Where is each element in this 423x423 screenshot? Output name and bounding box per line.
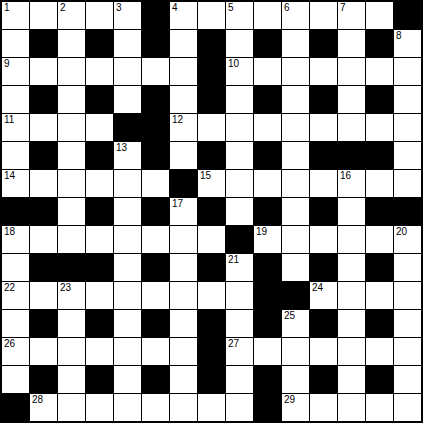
clue-number: 21 xyxy=(228,254,239,265)
cell-r3c1[interactable]: 9 xyxy=(2,58,29,85)
cell-r1c10[interactable] xyxy=(254,2,281,29)
cell-r10c4 xyxy=(86,254,113,281)
cell-r12c4 xyxy=(86,310,113,337)
cell-r5c7[interactable]: 12 xyxy=(170,114,197,141)
cell-r9c14[interactable] xyxy=(366,226,393,253)
cell-r13c13[interactable] xyxy=(338,338,365,365)
cell-r1c13[interactable]: 7 xyxy=(338,2,365,29)
clue-number: 13 xyxy=(116,142,127,153)
cell-r7c8[interactable]: 15 xyxy=(198,170,225,197)
cell-r14c9[interactable] xyxy=(226,366,253,393)
cell-r1c2[interactable] xyxy=(30,2,57,29)
clue-number: 17 xyxy=(172,198,183,209)
cell-r7c11[interactable] xyxy=(282,170,309,197)
clue-number: 10 xyxy=(228,58,239,69)
cell-r8c11[interactable] xyxy=(282,198,309,225)
cell-r10c3 xyxy=(58,254,85,281)
cell-r15c14[interactable] xyxy=(366,394,393,421)
cell-r1c4[interactable] xyxy=(86,2,113,29)
cell-r1c7[interactable]: 4 xyxy=(170,2,197,29)
clue-number: 14 xyxy=(4,170,15,181)
cell-r1c14[interactable] xyxy=(366,2,393,29)
clue-number: 24 xyxy=(312,282,323,293)
cell-r12c12 xyxy=(310,310,337,337)
cell-r8c12 xyxy=(310,198,337,225)
cell-r8c14 xyxy=(366,198,393,225)
cell-r2c11[interactable] xyxy=(282,30,309,57)
cell-r11c14[interactable] xyxy=(366,282,393,309)
cell-r3c11[interactable] xyxy=(282,58,309,85)
cell-r7c14[interactable] xyxy=(366,170,393,197)
cell-r12c1[interactable] xyxy=(2,310,29,337)
clue-number: 26 xyxy=(4,338,15,349)
clue-number: 27 xyxy=(228,338,239,349)
cell-r4c4 xyxy=(86,86,113,113)
cell-r8c5[interactable] xyxy=(114,198,141,225)
cell-r9c15[interactable]: 20 xyxy=(394,226,421,253)
cell-r7c2[interactable] xyxy=(30,170,57,197)
cell-r10c7[interactable] xyxy=(170,254,197,281)
clue-number: 25 xyxy=(284,310,295,321)
cell-r3c5[interactable] xyxy=(114,58,141,85)
cell-r9c12[interactable] xyxy=(310,226,337,253)
cell-r12c3[interactable] xyxy=(58,310,85,337)
cell-r2c10 xyxy=(254,30,281,57)
cell-r9c8[interactable] xyxy=(198,226,225,253)
cell-r5c10[interactable] xyxy=(254,114,281,141)
cell-r6c4 xyxy=(86,142,113,169)
cell-r3c9[interactable]: 10 xyxy=(226,58,253,85)
cell-r1c1[interactable]: 1 xyxy=(2,2,29,29)
cell-r15c11[interactable]: 29 xyxy=(282,394,309,421)
cell-r9c9 xyxy=(226,226,253,253)
cell-r15c4[interactable] xyxy=(86,394,113,421)
cell-r13c8 xyxy=(198,338,225,365)
cell-r3c2[interactable] xyxy=(30,58,57,85)
cell-r13c1[interactable]: 26 xyxy=(2,338,29,365)
cell-r13c6[interactable] xyxy=(142,338,169,365)
cell-r14c13[interactable] xyxy=(338,366,365,393)
cell-r8c3[interactable] xyxy=(58,198,85,225)
cell-r5c15[interactable] xyxy=(394,114,421,141)
cell-r11c12[interactable]: 24 xyxy=(310,282,337,309)
clue-number: 11 xyxy=(4,114,14,125)
cell-r14c15[interactable] xyxy=(394,366,421,393)
cell-r12c7[interactable] xyxy=(170,310,197,337)
clue-number: 5 xyxy=(228,2,234,13)
cell-r2c1[interactable] xyxy=(2,30,29,57)
cell-r4c11[interactable] xyxy=(282,86,309,113)
cell-r13c5[interactable] xyxy=(114,338,141,365)
cell-r7c5[interactable] xyxy=(114,170,141,197)
cell-r15c3[interactable] xyxy=(58,394,85,421)
cell-r2c12 xyxy=(310,30,337,57)
cell-r12c5[interactable] xyxy=(114,310,141,337)
cell-r7c15[interactable] xyxy=(394,170,421,197)
cell-r6c15[interactable] xyxy=(394,142,421,169)
cell-r8c10 xyxy=(254,198,281,225)
cell-r15c12[interactable] xyxy=(310,394,337,421)
clue-number: 6 xyxy=(284,2,290,13)
cell-r1c9[interactable]: 5 xyxy=(226,2,253,29)
cell-r7c13[interactable]: 16 xyxy=(338,170,365,197)
cell-r3c3[interactable] xyxy=(58,58,85,85)
cell-r2c3[interactable] xyxy=(58,30,85,57)
cell-r4c14 xyxy=(366,86,393,113)
cell-r10c6 xyxy=(142,254,169,281)
cell-r4c7[interactable] xyxy=(170,86,197,113)
clue-number: 18 xyxy=(4,226,15,237)
cell-r1c5[interactable]: 3 xyxy=(114,2,141,29)
cell-r4c9[interactable] xyxy=(226,86,253,113)
cell-r9c13[interactable] xyxy=(338,226,365,253)
cell-r14c5[interactable] xyxy=(114,366,141,393)
cell-r9c5[interactable] xyxy=(114,226,141,253)
cell-r3c10[interactable] xyxy=(254,58,281,85)
cell-r11c11 xyxy=(282,282,309,309)
cell-r5c6 xyxy=(142,114,169,141)
cell-r2c8 xyxy=(198,30,225,57)
cell-r5c1[interactable]: 11 xyxy=(2,114,29,141)
cell-r5c11[interactable] xyxy=(282,114,309,141)
cell-r3c8 xyxy=(198,58,225,85)
clue-number: 12 xyxy=(172,114,183,125)
cell-r15c7[interactable] xyxy=(170,394,197,421)
cell-r2c7[interactable] xyxy=(170,30,197,57)
cell-r5c12[interactable] xyxy=(310,114,337,141)
clue-number: 9 xyxy=(4,58,10,69)
clue-number: 7 xyxy=(340,2,346,13)
cell-r11c15[interactable] xyxy=(394,282,421,309)
cell-r2c6 xyxy=(142,30,169,57)
clue-number: 19 xyxy=(256,226,267,237)
cell-r14c1[interactable] xyxy=(2,366,29,393)
cell-r10c8 xyxy=(198,254,225,281)
cell-r6c6 xyxy=(142,142,169,169)
cell-r10c11[interactable] xyxy=(282,254,309,281)
cell-r3c15[interactable] xyxy=(394,58,421,85)
cell-r4c5[interactable] xyxy=(114,86,141,113)
cell-r5c3[interactable] xyxy=(58,114,85,141)
cell-r2c14 xyxy=(366,30,393,57)
cell-r7c6[interactable] xyxy=(142,170,169,197)
cell-r8c1 xyxy=(2,198,29,225)
cell-r14c14 xyxy=(366,366,393,393)
cell-r9c6[interactable] xyxy=(142,226,169,253)
cell-r13c10[interactable] xyxy=(254,338,281,365)
cell-r15c15[interactable] xyxy=(394,394,421,421)
cell-r6c1[interactable] xyxy=(2,142,29,169)
cell-r9c4[interactable] xyxy=(86,226,113,253)
cell-r9c1[interactable]: 18 xyxy=(2,226,29,253)
cell-r15c13[interactable] xyxy=(338,394,365,421)
cell-r14c2 xyxy=(30,366,57,393)
cell-r14c10 xyxy=(254,366,281,393)
cell-r5c9[interactable] xyxy=(226,114,253,141)
cell-r7c12[interactable] xyxy=(310,170,337,197)
cell-r4c13[interactable] xyxy=(338,86,365,113)
cell-r10c2 xyxy=(30,254,57,281)
cell-r14c8 xyxy=(198,366,225,393)
cell-r7c7 xyxy=(170,170,197,197)
cell-r11c4[interactable] xyxy=(86,282,113,309)
cell-r4c15[interactable] xyxy=(394,86,421,113)
cell-r10c14 xyxy=(366,254,393,281)
cell-r8c4 xyxy=(86,198,113,225)
cell-r13c14[interactable] xyxy=(366,338,393,365)
cell-r5c8[interactable] xyxy=(198,114,225,141)
cell-r11c1[interactable]: 22 xyxy=(2,282,29,309)
cell-r13c12[interactable] xyxy=(310,338,337,365)
cell-r12c14 xyxy=(366,310,393,337)
cell-r4c8 xyxy=(198,86,225,113)
cell-r4c6 xyxy=(142,86,169,113)
cell-r13c15[interactable] xyxy=(394,338,421,365)
cell-r15c5[interactable] xyxy=(114,394,141,421)
cell-r13c2[interactable] xyxy=(30,338,57,365)
cell-r6c3[interactable] xyxy=(58,142,85,169)
cell-r2c13[interactable] xyxy=(338,30,365,57)
cell-r7c1[interactable]: 14 xyxy=(2,170,29,197)
cell-r7c3[interactable] xyxy=(58,170,85,197)
clue-number: 23 xyxy=(60,282,71,293)
cell-r12c13[interactable] xyxy=(338,310,365,337)
cell-r11c13[interactable] xyxy=(338,282,365,309)
cell-r7c10[interactable] xyxy=(254,170,281,197)
cell-r14c3[interactable] xyxy=(58,366,85,393)
cell-r2c4 xyxy=(86,30,113,57)
cell-r10c12 xyxy=(310,254,337,281)
cell-r1c6 xyxy=(142,2,169,29)
cell-r14c12 xyxy=(310,366,337,393)
cell-r10c9[interactable]: 21 xyxy=(226,254,253,281)
cell-r12c11[interactable]: 25 xyxy=(282,310,309,337)
cell-r11c9[interactable] xyxy=(226,282,253,309)
cell-r11c2[interactable] xyxy=(30,282,57,309)
cell-r6c9[interactable] xyxy=(226,142,253,169)
cell-r7c4[interactable] xyxy=(86,170,113,197)
cell-r3c4[interactable] xyxy=(86,58,113,85)
cell-r6c11[interactable] xyxy=(282,142,309,169)
cell-r9c3[interactable] xyxy=(58,226,85,253)
cell-r6c12 xyxy=(310,142,337,169)
clue-number: 16 xyxy=(340,170,351,181)
cell-r9c7[interactable] xyxy=(170,226,197,253)
cell-r5c2[interactable] xyxy=(30,114,57,141)
cell-r13c11[interactable] xyxy=(282,338,309,365)
cell-r2c2 xyxy=(30,30,57,57)
cell-r8c6 xyxy=(142,198,169,225)
cell-r15c9[interactable] xyxy=(226,394,253,421)
cell-r15c8[interactable] xyxy=(198,394,225,421)
cell-r6c14 xyxy=(366,142,393,169)
cell-r9c2[interactable] xyxy=(30,226,57,253)
cell-r13c7[interactable] xyxy=(170,338,197,365)
cell-r6c2 xyxy=(30,142,57,169)
cell-r10c13[interactable] xyxy=(338,254,365,281)
cell-r3c14[interactable] xyxy=(366,58,393,85)
clue-number: 3 xyxy=(116,2,122,13)
cell-r4c3[interactable] xyxy=(58,86,85,113)
cell-r8c7[interactable]: 17 xyxy=(170,198,197,225)
cell-r12c2 xyxy=(30,310,57,337)
cell-r5c5 xyxy=(114,114,141,141)
cell-r8c8 xyxy=(198,198,225,225)
cell-r11c7[interactable] xyxy=(170,282,197,309)
cell-r1c8[interactable] xyxy=(198,2,225,29)
crossword-grid: 1234567891011121314151617181920212223242… xyxy=(0,0,423,423)
cell-r12c8 xyxy=(198,310,225,337)
cell-r14c4 xyxy=(86,366,113,393)
cell-r8c2 xyxy=(30,198,57,225)
cell-r10c15[interactable] xyxy=(394,254,421,281)
cell-r15c10 xyxy=(254,394,281,421)
cell-r4c2 xyxy=(30,86,57,113)
cell-r5c14[interactable] xyxy=(366,114,393,141)
cell-r13c9[interactable]: 27 xyxy=(226,338,253,365)
cell-r8c15 xyxy=(394,198,421,225)
cell-r12c6 xyxy=(142,310,169,337)
cell-r13c4[interactable] xyxy=(86,338,113,365)
cell-r1c15 xyxy=(394,2,421,29)
clue-number: 1 xyxy=(4,2,10,13)
clue-number: 22 xyxy=(4,282,15,293)
cell-r14c7[interactable] xyxy=(170,366,197,393)
clue-number: 20 xyxy=(396,226,407,237)
cell-r3c13[interactable] xyxy=(338,58,365,85)
cell-r15c6[interactable] xyxy=(142,394,169,421)
cell-r11c5[interactable] xyxy=(114,282,141,309)
cell-r10c1[interactable] xyxy=(2,254,29,281)
cell-r1c11[interactable]: 6 xyxy=(282,2,309,29)
cell-r12c9[interactable] xyxy=(226,310,253,337)
cell-r3c6[interactable] xyxy=(142,58,169,85)
cell-r4c12 xyxy=(310,86,337,113)
cell-r9c10[interactable]: 19 xyxy=(254,226,281,253)
cell-r15c2[interactable]: 28 xyxy=(30,394,57,421)
cell-r5c13[interactable] xyxy=(338,114,365,141)
cell-r1c3[interactable]: 2 xyxy=(58,2,85,29)
cell-r3c7[interactable] xyxy=(170,58,197,85)
cell-r12c15[interactable] xyxy=(394,310,421,337)
cell-r10c5[interactable] xyxy=(114,254,141,281)
cell-r10c10 xyxy=(254,254,281,281)
cell-r3c12[interactable] xyxy=(310,58,337,85)
cell-r15c1 xyxy=(2,394,29,421)
cell-r9c11[interactable] xyxy=(282,226,309,253)
clue-number: 4 xyxy=(172,2,178,13)
cell-r1c12[interactable] xyxy=(310,2,337,29)
cell-r6c8 xyxy=(198,142,225,169)
cell-r2c5[interactable] xyxy=(114,30,141,57)
cell-r5c4[interactable] xyxy=(86,114,113,141)
cell-r11c10 xyxy=(254,282,281,309)
cell-r6c10 xyxy=(254,142,281,169)
cell-r6c5[interactable]: 13 xyxy=(114,142,141,169)
clue-number: 15 xyxy=(200,170,211,181)
cell-r4c10 xyxy=(254,86,281,113)
cell-r2c15[interactable]: 8 xyxy=(394,30,421,57)
cell-r6c13 xyxy=(338,142,365,169)
cell-r14c11[interactable] xyxy=(282,366,309,393)
cell-r4c1[interactable] xyxy=(2,86,29,113)
cell-r11c3[interactable]: 23 xyxy=(58,282,85,309)
cell-r2c9[interactable] xyxy=(226,30,253,57)
cell-r8c13[interactable] xyxy=(338,198,365,225)
cell-r11c8[interactable] xyxy=(198,282,225,309)
clue-number: 2 xyxy=(60,2,66,13)
cell-r7c9[interactable] xyxy=(226,170,253,197)
clue-number: 8 xyxy=(396,30,402,41)
cell-r14c6 xyxy=(142,366,169,393)
cell-r6c7[interactable] xyxy=(170,142,197,169)
clue-number: 28 xyxy=(32,394,43,405)
cell-r12c10 xyxy=(254,310,281,337)
cell-r8c9[interactable] xyxy=(226,198,253,225)
cell-r11c6[interactable] xyxy=(142,282,169,309)
cell-r13c3[interactable] xyxy=(58,338,85,365)
clue-number: 29 xyxy=(284,394,295,405)
